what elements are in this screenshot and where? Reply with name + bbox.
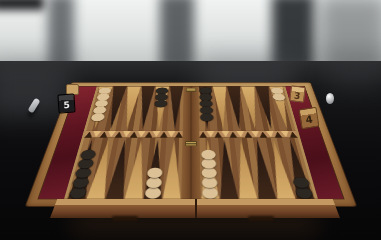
- checker-dark[interactable]: ●: [199, 113, 214, 121]
- die-numeral: 3: [294, 90, 301, 101]
- inlay-triangle: [199, 131, 207, 137]
- inlay-triangle: [259, 131, 268, 137]
- inlay-triangle: [222, 131, 230, 137]
- die-numeral: 4: [305, 114, 314, 126]
- point-triangle: [167, 86, 184, 130]
- point-7[interactable]: [162, 138, 182, 199]
- scene: ●●●●●●●●●●●●●●●● ●●●●●●●●●●●●●● 534: [0, 0, 381, 240]
- inlay-triangle: [100, 131, 109, 137]
- right-latch-icon: [326, 93, 334, 104]
- midline-inlay-right: [199, 131, 297, 138]
- checker-light[interactable]: ●: [146, 167, 164, 178]
- inlay-triangle: [244, 131, 252, 137]
- die-black-5[interactable]: 5: [57, 93, 75, 113]
- inlay-triangle: [167, 131, 175, 137]
- inlay-triangle: [251, 131, 260, 137]
- die-wood-4[interactable]: 4: [299, 107, 320, 130]
- inlay-triangle: [274, 131, 283, 137]
- inlay-triangle: [137, 131, 145, 137]
- checker-dark[interactable]: ●: [79, 149, 98, 159]
- inlay-triangle: [130, 131, 138, 137]
- inlay-triangle: [175, 131, 183, 137]
- inlay-triangle: [115, 131, 124, 137]
- checker-light[interactable]: ●: [200, 149, 217, 159]
- checker-dark[interactable]: ●: [154, 99, 169, 106]
- die-wood-3[interactable]: 3: [289, 85, 306, 103]
- inlay-triangle: [214, 131, 222, 137]
- point-triangle: [162, 138, 182, 199]
- inlay-triangle: [122, 131, 131, 137]
- box-foot: [112, 216, 138, 221]
- board-inner: ●●●●●●●●●●●●●●●● ●●●●●●●●●●●●●●: [37, 86, 344, 199]
- inlay-triangle: [207, 131, 215, 137]
- inlay-triangle: [84, 131, 93, 137]
- inlay-triangle: [160, 131, 168, 137]
- checker-dark[interactable]: ●: [291, 176, 311, 187]
- brass-hinge: [186, 88, 196, 92]
- checker-light[interactable]: ●: [90, 113, 107, 121]
- backgammon-board: ●●●●●●●●●●●●●●●● ●●●●●●●●●●●●●●: [26, 83, 356, 206]
- window-frame-corner: [0, 0, 44, 10]
- box-foot: [248, 216, 274, 221]
- die-numeral: 5: [63, 100, 70, 110]
- box-front-panel: [50, 199, 340, 218]
- inlay-triangle: [92, 131, 101, 137]
- inlay-triangle: [145, 131, 153, 137]
- point-18[interactable]: [167, 86, 184, 130]
- table-reflection: [326, 59, 381, 89]
- window-background: [0, 0, 381, 66]
- checker-light[interactable]: ●: [271, 93, 287, 100]
- midline-inlay-left: [84, 131, 182, 138]
- inlay-triangle: [236, 131, 244, 137]
- inlay-triangle: [107, 131, 116, 137]
- inlay-triangle: [229, 131, 237, 137]
- brass-hinge: [185, 141, 197, 146]
- inlay-triangle: [281, 131, 290, 137]
- inlay-triangle: [266, 131, 275, 137]
- inlay-triangle: [152, 131, 160, 137]
